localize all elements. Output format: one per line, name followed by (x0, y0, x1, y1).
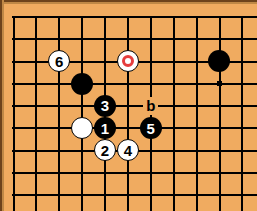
board-frame-top-inner (0, 2, 257, 4)
stone-black-1: 1 (94, 117, 116, 139)
go-board-diagram: 123456b (0, 0, 257, 211)
star-point (217, 81, 222, 86)
stone-black-3: 3 (94, 95, 116, 117)
stone-white-4: 4 (117, 139, 139, 161)
stone-white-6: 6 (48, 50, 70, 72)
circle-mark-icon (122, 55, 134, 67)
stone-black (208, 50, 230, 72)
stone-white-2: 2 (94, 139, 116, 161)
go-board-grid: 123456b (2, 6, 254, 206)
stone-white-marked (117, 50, 139, 72)
stone-black (71, 73, 93, 95)
stone-black-5: 5 (140, 117, 162, 139)
point-label-b: b (143, 97, 158, 115)
stone-white (71, 117, 93, 139)
